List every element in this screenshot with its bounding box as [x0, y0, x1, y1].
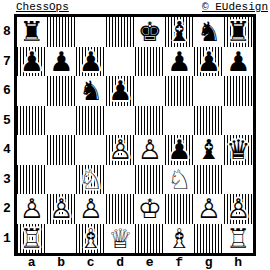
- file-label-h: h: [224, 255, 254, 270]
- file-label-d: d: [106, 255, 136, 270]
- piece-black-pawn: ♟: [226, 47, 250, 77]
- piece-white-bishop: ♗: [167, 224, 191, 254]
- square-b4[interactable]: [47, 135, 77, 165]
- piece-white-pawn: ♙: [108, 135, 132, 165]
- piece-black-pawn: ♟: [108, 76, 132, 106]
- piece-white-pawn: ♙: [197, 194, 221, 224]
- rank-labels: 87654321: [0, 17, 14, 253]
- piece-black-queen: ♛: [226, 135, 250, 165]
- square-a8[interactable]: ♜: [17, 17, 47, 47]
- piece-black-knight: ♞: [79, 76, 103, 106]
- piece-black-pawn: ♟: [20, 47, 44, 77]
- rank-label-1: 1: [0, 224, 14, 254]
- square-f7[interactable]: ♟: [165, 47, 195, 77]
- piece-white-knight: ♘: [79, 165, 103, 195]
- piece-black-knight: ♞: [197, 17, 221, 47]
- piece-black-pawn: ♟: [197, 47, 221, 77]
- square-c1[interactable]: ♗: [76, 224, 106, 254]
- square-e3[interactable]: [135, 165, 165, 195]
- square-h8[interactable]: ♜: [224, 17, 254, 47]
- square-c2[interactable]: ♙: [76, 194, 106, 224]
- square-e8[interactable]: ♚: [135, 17, 165, 47]
- square-h4[interactable]: ♛: [224, 135, 254, 165]
- square-d1[interactable]: ♕: [106, 224, 136, 254]
- piece-black-pawn: ♟: [167, 47, 191, 77]
- file-label-g: g: [194, 255, 224, 270]
- piece-white-knight: ♘: [167, 165, 191, 195]
- square-h5[interactable]: [224, 106, 254, 136]
- square-h7[interactable]: ♟: [224, 47, 254, 77]
- square-b5[interactable]: [47, 106, 77, 136]
- square-d7[interactable]: [106, 47, 136, 77]
- square-d5[interactable]: [106, 106, 136, 136]
- square-g2[interactable]: ♙: [194, 194, 224, 224]
- piece-white-pawn: ♙: [226, 194, 250, 224]
- piece-white-bishop: ♗: [79, 224, 103, 254]
- square-d8[interactable]: [106, 17, 136, 47]
- square-h3[interactable]: [224, 165, 254, 195]
- page: ChessOps © EUdesign 87654321 ♜♚♝♞♜♟♟♟♟♟♟…: [0, 0, 270, 270]
- chess-board: ♜♚♝♞♜♟♟♟♟♟♟♞♟♙♙♟♝♛♘♘♙♙♙♔♙♙♖♗♕♗♖: [14, 14, 256, 256]
- square-h2[interactable]: ♙: [224, 194, 254, 224]
- square-b7[interactable]: ♟: [47, 47, 77, 77]
- square-d2[interactable]: [106, 194, 136, 224]
- square-g4[interactable]: ♝: [194, 135, 224, 165]
- square-a6[interactable]: [17, 76, 47, 106]
- piece-white-pawn: ♙: [20, 194, 44, 224]
- square-f4[interactable]: ♟: [165, 135, 195, 165]
- app-title: ChessOps: [16, 1, 69, 14]
- piece-black-rook: ♜: [20, 17, 44, 47]
- file-labels: abcdefgh: [17, 255, 253, 270]
- rank-label-2: 2: [0, 194, 14, 224]
- piece-white-queen: ♕: [108, 224, 132, 254]
- square-b6[interactable]: [47, 76, 77, 106]
- square-h1[interactable]: ♖: [224, 224, 254, 254]
- square-e1[interactable]: [135, 224, 165, 254]
- square-e7[interactable]: [135, 47, 165, 77]
- piece-black-pawn: ♟: [79, 47, 103, 77]
- square-g1[interactable]: [194, 224, 224, 254]
- square-g3[interactable]: [194, 165, 224, 195]
- square-a3[interactable]: [17, 165, 47, 195]
- file-label-e: e: [135, 255, 165, 270]
- square-g6[interactable]: [194, 76, 224, 106]
- piece-black-king: ♚: [138, 17, 162, 47]
- square-d4[interactable]: ♙: [106, 135, 136, 165]
- square-c7[interactable]: ♟: [76, 47, 106, 77]
- rank-label-5: 5: [0, 106, 14, 136]
- piece-black-bishop: ♝: [197, 135, 221, 165]
- square-b3[interactable]: [47, 165, 77, 195]
- square-c4[interactable]: [76, 135, 106, 165]
- piece-black-rook: ♜: [226, 17, 250, 47]
- square-e4[interactable]: ♙: [135, 135, 165, 165]
- rank-label-8: 8: [0, 17, 14, 47]
- piece-white-rook: ♖: [20, 224, 44, 254]
- square-c8[interactable]: [76, 17, 106, 47]
- square-f6[interactable]: [165, 76, 195, 106]
- square-a2[interactable]: ♙: [17, 194, 47, 224]
- square-e6[interactable]: [135, 76, 165, 106]
- square-c6[interactable]: ♞: [76, 76, 106, 106]
- square-f1[interactable]: ♗: [165, 224, 195, 254]
- square-a7[interactable]: ♟: [17, 47, 47, 77]
- square-e2[interactable]: ♔: [135, 194, 165, 224]
- square-d3[interactable]: [106, 165, 136, 195]
- rank-label-4: 4: [0, 135, 14, 165]
- rank-label-3: 3: [0, 165, 14, 195]
- piece-white-rook: ♖: [226, 224, 250, 254]
- square-b2[interactable]: ♙: [47, 194, 77, 224]
- square-c3[interactable]: ♘: [76, 165, 106, 195]
- square-c5[interactable]: [76, 106, 106, 136]
- square-f2[interactable]: [165, 194, 195, 224]
- square-a1[interactable]: ♖: [17, 224, 47, 254]
- square-e5[interactable]: [135, 106, 165, 136]
- piece-black-pawn: ♟: [167, 135, 191, 165]
- piece-white-king: ♔: [138, 194, 162, 224]
- rank-label-7: 7: [0, 47, 14, 77]
- square-g7[interactable]: ♟: [194, 47, 224, 77]
- square-f3[interactable]: ♘: [165, 165, 195, 195]
- square-b8[interactable]: [47, 17, 77, 47]
- copyright-label: © EUdesign: [202, 1, 268, 14]
- piece-black-pawn: ♟: [49, 47, 73, 77]
- square-g5[interactable]: [194, 106, 224, 136]
- square-d6[interactable]: ♟: [106, 76, 136, 106]
- file-label-b: b: [47, 255, 77, 270]
- square-b1[interactable]: [47, 224, 77, 254]
- square-f5[interactable]: [165, 106, 195, 136]
- file-label-a: a: [17, 255, 47, 270]
- piece-black-bishop: ♝: [167, 17, 191, 47]
- piece-white-pawn: ♙: [49, 194, 73, 224]
- file-label-f: f: [165, 255, 195, 270]
- piece-white-pawn: ♙: [79, 194, 103, 224]
- square-f8[interactable]: ♝: [165, 17, 195, 47]
- square-g8[interactable]: ♞: [194, 17, 224, 47]
- rank-label-6: 6: [0, 76, 14, 106]
- square-h6[interactable]: [224, 76, 254, 106]
- square-a4[interactable]: [17, 135, 47, 165]
- file-label-c: c: [76, 255, 106, 270]
- piece-white-pawn: ♙: [138, 135, 162, 165]
- square-a5[interactable]: [17, 106, 47, 136]
